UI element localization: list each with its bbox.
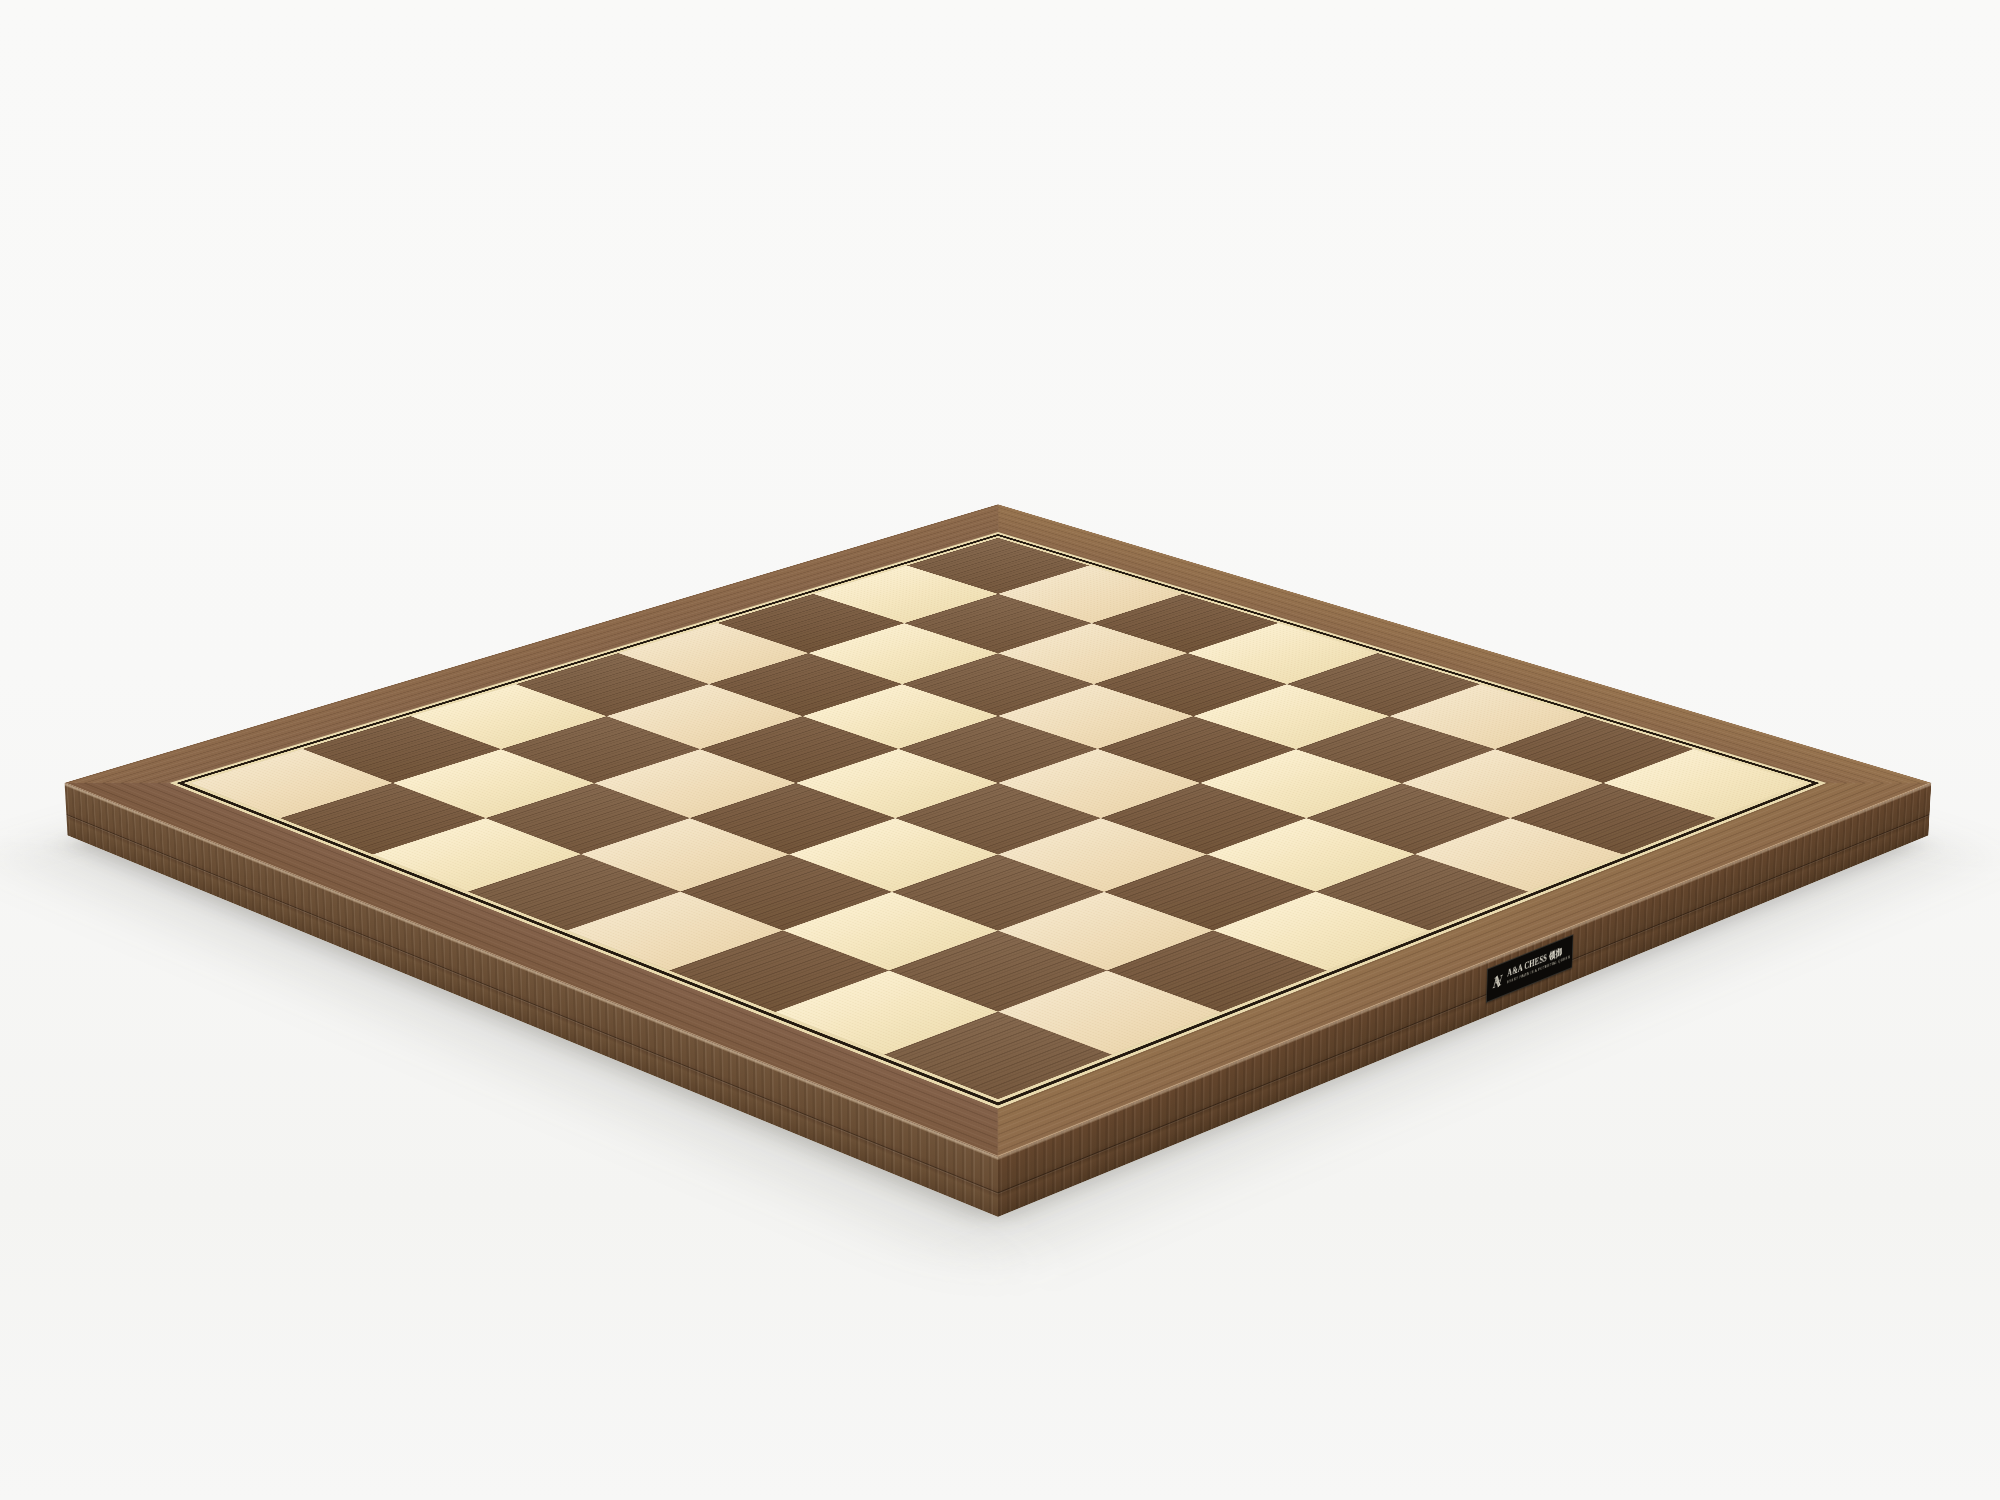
square-r2-c7 [1415,818,1623,892]
square-r5-c6 [998,892,1214,971]
square-r5-c5 [892,854,1104,930]
square-r6-c4 [680,854,892,930]
square-r6-c6 [888,930,1107,1011]
studio-backdrop: A & A A&A CHESS 领御 EVERY PAWN IS A POTEN… [0,0,2000,1500]
square-r6-c2 [485,783,690,854]
square-r6-c3 [581,818,789,892]
square-r4-c5 [998,818,1206,892]
square-r5-c7 [1108,930,1327,1011]
chess-board: A & A A&A CHESS 领御 EVERY PAWN IS A POTEN… [65,504,1932,1156]
square-r4-c7 [1214,892,1430,971]
square-r6-c7 [998,970,1221,1054]
brand-logo-monogram: A & A [1491,967,1504,996]
square-r7-c1 [280,783,485,854]
brand-label-text: A&A CHESS 领御 EVERY PAWN IS A POTENTIAL Q… [1507,944,1571,985]
square-r3-c6 [1206,818,1414,892]
border-pinstripe-inner-cream [183,536,1812,1102]
square-r7-c6 [775,970,998,1054]
square-r4-c6 [1104,854,1316,930]
square-r5-c3 [690,783,895,854]
square-r2-c6 [1306,783,1511,854]
square-r3-c7 [1316,854,1528,930]
border-pinstripe-outer-cream [169,532,1826,1109]
board-grid [190,538,1805,1099]
square-r6-c5 [782,892,998,971]
border-pinstripe-black [176,534,1819,1106]
square-r3-c5 [1101,783,1306,854]
square-r5-c4 [790,818,998,892]
square-r7-c2 [373,818,581,892]
square-r4-c4 [895,783,1100,854]
